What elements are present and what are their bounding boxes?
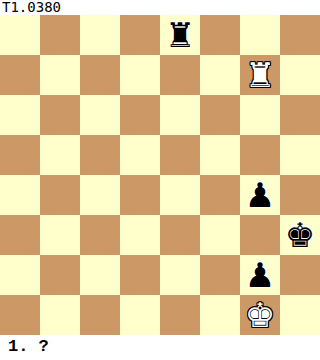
square-e8[interactable]: ♜ bbox=[160, 15, 200, 55]
square-d6[interactable] bbox=[120, 95, 160, 135]
square-f8[interactable] bbox=[200, 15, 240, 55]
square-f1[interactable] bbox=[200, 295, 240, 335]
black-pawn[interactable]: ♟ bbox=[240, 255, 280, 295]
square-b2[interactable] bbox=[40, 255, 80, 295]
square-e4[interactable] bbox=[160, 175, 200, 215]
square-g3[interactable] bbox=[240, 215, 280, 255]
square-h6[interactable] bbox=[280, 95, 320, 135]
square-a8[interactable] bbox=[0, 15, 40, 55]
square-g7[interactable]: ♜ bbox=[240, 55, 280, 95]
square-a5[interactable] bbox=[0, 135, 40, 175]
square-h1[interactable] bbox=[280, 295, 320, 335]
square-e7[interactable] bbox=[160, 55, 200, 95]
square-g2[interactable]: ♟ bbox=[240, 255, 280, 295]
square-f2[interactable] bbox=[200, 255, 240, 295]
square-a4[interactable] bbox=[0, 175, 40, 215]
square-c4[interactable] bbox=[80, 175, 120, 215]
square-e6[interactable] bbox=[160, 95, 200, 135]
square-d7[interactable] bbox=[120, 55, 160, 95]
square-d2[interactable] bbox=[120, 255, 160, 295]
puzzle-id-label: T1.0380 bbox=[0, 0, 320, 15]
square-a1[interactable] bbox=[0, 295, 40, 335]
square-c3[interactable] bbox=[80, 215, 120, 255]
square-c5[interactable] bbox=[80, 135, 120, 175]
square-d8[interactable] bbox=[120, 15, 160, 55]
square-b3[interactable] bbox=[40, 215, 80, 255]
black-rook[interactable]: ♜ bbox=[160, 15, 200, 55]
square-b8[interactable] bbox=[40, 15, 80, 55]
square-b1[interactable] bbox=[40, 295, 80, 335]
square-e2[interactable] bbox=[160, 255, 200, 295]
square-d5[interactable] bbox=[120, 135, 160, 175]
square-d1[interactable] bbox=[120, 295, 160, 335]
square-g4[interactable]: ♟ bbox=[240, 175, 280, 215]
square-f4[interactable] bbox=[200, 175, 240, 215]
square-h3[interactable]: ♚ bbox=[280, 215, 320, 255]
square-h4[interactable] bbox=[280, 175, 320, 215]
square-f6[interactable] bbox=[200, 95, 240, 135]
square-c7[interactable] bbox=[80, 55, 120, 95]
square-e1[interactable] bbox=[160, 295, 200, 335]
square-h8[interactable] bbox=[280, 15, 320, 55]
square-b4[interactable] bbox=[40, 175, 80, 215]
square-a2[interactable] bbox=[0, 255, 40, 295]
square-h5[interactable] bbox=[280, 135, 320, 175]
square-a6[interactable] bbox=[0, 95, 40, 135]
square-b7[interactable] bbox=[40, 55, 80, 95]
move-prompt: 1. ? bbox=[0, 335, 320, 360]
square-b5[interactable] bbox=[40, 135, 80, 175]
square-b6[interactable] bbox=[40, 95, 80, 135]
square-c8[interactable] bbox=[80, 15, 120, 55]
square-h7[interactable] bbox=[280, 55, 320, 95]
square-c1[interactable] bbox=[80, 295, 120, 335]
black-pawn[interactable]: ♟ bbox=[240, 175, 280, 215]
chess-board: ♜♜♟♚♟♚ bbox=[0, 15, 320, 335]
square-d3[interactable] bbox=[120, 215, 160, 255]
square-c2[interactable] bbox=[80, 255, 120, 295]
square-d4[interactable] bbox=[120, 175, 160, 215]
black-king[interactable]: ♚ bbox=[280, 215, 320, 255]
square-a7[interactable] bbox=[0, 55, 40, 95]
square-f5[interactable] bbox=[200, 135, 240, 175]
square-c6[interactable] bbox=[80, 95, 120, 135]
square-e3[interactable] bbox=[160, 215, 200, 255]
square-e5[interactable] bbox=[160, 135, 200, 175]
white-king[interactable]: ♚ bbox=[240, 295, 280, 335]
square-f3[interactable] bbox=[200, 215, 240, 255]
square-g8[interactable] bbox=[240, 15, 280, 55]
square-h2[interactable] bbox=[280, 255, 320, 295]
square-a3[interactable] bbox=[0, 215, 40, 255]
square-g5[interactable] bbox=[240, 135, 280, 175]
square-f7[interactable] bbox=[200, 55, 240, 95]
square-g6[interactable] bbox=[240, 95, 280, 135]
white-rook[interactable]: ♜ bbox=[240, 55, 280, 95]
square-g1[interactable]: ♚ bbox=[240, 295, 280, 335]
